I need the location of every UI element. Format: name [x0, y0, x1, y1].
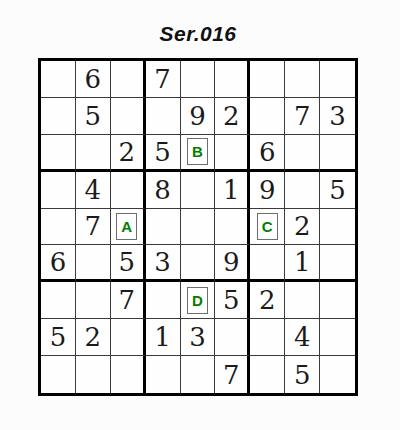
cell-r1c3[interactable]	[111, 61, 146, 98]
cell-r8c2[interactable]: 2	[76, 319, 111, 356]
cell-r6c3[interactable]: 5	[111, 245, 146, 282]
marker-C: C	[257, 213, 278, 240]
cell-r7c2[interactable]	[76, 282, 111, 319]
cell-r1c2[interactable]: 6	[76, 61, 111, 98]
puzzle-title: Ser.016	[38, 22, 358, 46]
cell-r2c4[interactable]	[146, 98, 181, 135]
marker-A: A	[116, 213, 137, 240]
cell-r7c1[interactable]	[41, 282, 76, 319]
cell-r9c5[interactable]	[181, 356, 216, 393]
cell-r3c4[interactable]: 5	[146, 135, 181, 172]
cell-r5c3[interactable]: A	[111, 209, 146, 246]
cell-r8c1[interactable]: 5	[41, 319, 76, 356]
cell-r2c2[interactable]: 5	[76, 98, 111, 135]
cell-r1c4[interactable]: 7	[146, 61, 181, 98]
marker-B: B	[187, 138, 208, 165]
cell-r6c4[interactable]: 3	[146, 245, 181, 282]
cell-r3c5[interactable]: B	[181, 135, 216, 172]
cell-r8c8[interactable]: 4	[285, 319, 320, 356]
cell-r4c4[interactable]: 8	[146, 172, 181, 209]
cell-r6c7[interactable]	[250, 245, 285, 282]
cell-r2c7[interactable]	[250, 98, 285, 135]
cell-r9c2[interactable]	[76, 356, 111, 393]
cell-r3c8[interactable]	[285, 135, 320, 172]
cell-r6c2[interactable]	[76, 245, 111, 282]
cell-r9c7[interactable]	[250, 356, 285, 393]
cell-r6c8[interactable]: 1	[285, 245, 320, 282]
cell-r2c9[interactable]: 3	[320, 98, 355, 135]
cell-r2c1[interactable]	[41, 98, 76, 135]
cell-r8c6[interactable]	[215, 319, 250, 356]
cell-r1c6[interactable]	[215, 61, 250, 98]
cell-r5c1[interactable]	[41, 209, 76, 246]
cell-r4c7[interactable]: 9	[250, 172, 285, 209]
cell-r4c6[interactable]: 1	[215, 172, 250, 209]
cell-r3c2[interactable]	[76, 135, 111, 172]
cell-r2c3[interactable]	[111, 98, 146, 135]
cell-r6c1[interactable]: 6	[41, 245, 76, 282]
cell-r9c1[interactable]	[41, 356, 76, 393]
cell-r8c3[interactable]	[111, 319, 146, 356]
cell-r4c5[interactable]	[181, 172, 216, 209]
cell-r7c5[interactable]: D	[181, 282, 216, 319]
cell-r1c1[interactable]	[41, 61, 76, 98]
cell-r4c3[interactable]	[111, 172, 146, 209]
cell-r8c5[interactable]: 3	[181, 319, 216, 356]
cell-r4c9[interactable]: 5	[320, 172, 355, 209]
cell-r2c8[interactable]: 7	[285, 98, 320, 135]
cell-r4c1[interactable]	[41, 172, 76, 209]
cell-r3c1[interactable]	[41, 135, 76, 172]
cell-r7c4[interactable]	[146, 282, 181, 319]
cell-r1c5[interactable]	[181, 61, 216, 98]
cell-r9c4[interactable]	[146, 356, 181, 393]
cell-r6c6[interactable]: 9	[215, 245, 250, 282]
cell-r5c9[interactable]	[320, 209, 355, 246]
cell-r5c4[interactable]	[146, 209, 181, 246]
cell-r9c6[interactable]: 7	[215, 356, 250, 393]
cell-r7c7[interactable]: 2	[250, 282, 285, 319]
cell-r9c3[interactable]	[111, 356, 146, 393]
cell-r7c6[interactable]: 5	[215, 282, 250, 319]
cell-r6c9[interactable]	[320, 245, 355, 282]
cell-r2c5[interactable]: 9	[181, 98, 216, 135]
cell-r1c7[interactable]	[250, 61, 285, 98]
cell-r5c6[interactable]	[215, 209, 250, 246]
cell-r7c8[interactable]	[285, 282, 320, 319]
cell-r5c2[interactable]: 7	[76, 209, 111, 246]
cell-r2c6[interactable]: 2	[215, 98, 250, 135]
cell-r3c6[interactable]	[215, 135, 250, 172]
cell-r9c8[interactable]: 5	[285, 356, 320, 393]
cell-r7c9[interactable]	[320, 282, 355, 319]
cell-r9c9[interactable]	[320, 356, 355, 393]
cell-r6c5[interactable]	[181, 245, 216, 282]
cell-r3c3[interactable]: 2	[111, 135, 146, 172]
cell-r4c8[interactable]	[285, 172, 320, 209]
cell-r3c9[interactable]	[320, 135, 355, 172]
cell-r3c7[interactable]: 6	[250, 135, 285, 172]
cell-r5c5[interactable]	[181, 209, 216, 246]
cell-r5c8[interactable]: 2	[285, 209, 320, 246]
cell-r8c4[interactable]: 1	[146, 319, 181, 356]
cell-r1c8[interactable]	[285, 61, 320, 98]
cell-r5c7[interactable]: C	[250, 209, 285, 246]
cell-r1c9[interactable]	[320, 61, 355, 98]
cell-r7c3[interactable]: 7	[111, 282, 146, 319]
cell-r8c9[interactable]	[320, 319, 355, 356]
cell-r8c7[interactable]	[250, 319, 285, 356]
cell-r4c2[interactable]: 4	[76, 172, 111, 209]
sudoku-board: 675927325B6481957AC2653917D525213475	[38, 58, 358, 396]
marker-D: D	[187, 287, 208, 314]
